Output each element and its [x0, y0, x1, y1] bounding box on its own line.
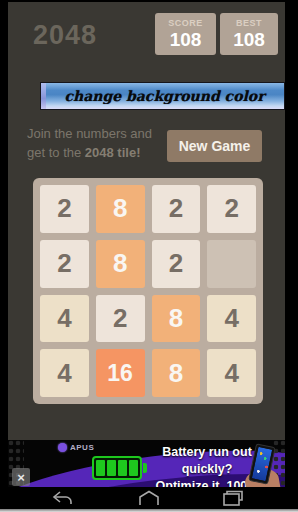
phone-frame: 2048 SCORE 108 BEST 108 change backgroun…: [0, 0, 298, 512]
ad-line1: Battery run out quickly?: [162, 445, 252, 476]
ad-brand-name: APUS: [70, 443, 94, 452]
tile-4: 4: [207, 349, 256, 397]
battery-icon: [92, 456, 142, 480]
change-background-color-button[interactable]: change background color: [40, 82, 285, 110]
tile-4: 4: [40, 349, 89, 397]
best-label: BEST: [236, 18, 262, 29]
tile-4: 4: [40, 295, 89, 343]
board[interactable]: 2822282428441684: [33, 178, 263, 404]
instructions-line2-prefix: get to the: [27, 145, 85, 160]
tile-8: 8: [96, 185, 145, 233]
instructions-text: Join the numbers and get to the 2048 til…: [27, 124, 167, 162]
tile-4: 4: [207, 295, 256, 343]
android-navbar: [0, 487, 298, 509]
cell-empty: [207, 240, 256, 288]
home-icon[interactable]: [136, 490, 162, 506]
app-title: 2048: [33, 20, 97, 51]
change-background-color-label: change background color: [60, 88, 264, 104]
score-box: SCORE 108: [155, 13, 216, 55]
ad-banner[interactable]: APUS Battery run out quickly? Optimize i…: [8, 440, 285, 487]
back-icon[interactable]: [50, 490, 76, 506]
tile-16: 16: [96, 349, 145, 397]
ad-close-button[interactable]: ×: [12, 468, 30, 486]
instructions-line1: Join the numbers and: [27, 126, 152, 141]
ad-line2: Optimize it .100% Free!: [156, 479, 259, 487]
best-box: BEST 108: [220, 13, 278, 55]
tile-8: 8: [152, 349, 201, 397]
tile-2: 2: [152, 240, 201, 288]
tile-8: 8: [96, 240, 145, 288]
tile-8: 8: [152, 295, 201, 343]
apus-logo-icon: [58, 443, 67, 452]
score-label: SCORE: [168, 18, 203, 29]
score-value: 108: [170, 29, 202, 50]
tile-2: 2: [40, 185, 89, 233]
ad-brand: APUS: [58, 443, 94, 452]
instructions-goal: 2048 tile!: [85, 145, 141, 160]
best-value: 108: [233, 29, 265, 50]
tile-2: 2: [207, 185, 256, 233]
recents-icon[interactable]: [220, 490, 246, 506]
tile-2: 2: [40, 240, 89, 288]
new-game-button[interactable]: New Game: [167, 130, 262, 162]
tile-2: 2: [96, 295, 145, 343]
tile-2: 2: [152, 185, 201, 233]
